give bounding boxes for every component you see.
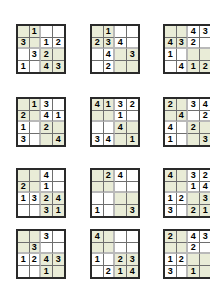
- empty-cell-p5-r2c2[interactable]: [104, 111, 116, 123]
- empty-cell-p8-r3c3[interactable]: [115, 193, 127, 205]
- given-cell-p2-r3c2: 4: [104, 49, 116, 61]
- empty-cell-p11-r3c2[interactable]: [104, 254, 116, 266]
- sudoku-grid-5: 413214341: [90, 97, 140, 147]
- given-cell-p4-r2c4: 1: [53, 111, 65, 123]
- given-cell-p7-r3c1: 1: [18, 193, 30, 205]
- given-cell-p12-r1c1: 2: [165, 231, 177, 243]
- given-cell-p9-r1c4: 2: [200, 170, 211, 182]
- given-cell-p5-r4c1: 3: [92, 134, 104, 146]
- given-cell-p1-r4c3: 4: [41, 61, 53, 73]
- given-cell-p4-r3c1: 1: [18, 122, 30, 134]
- sudoku-worksheet: 1312321431234432434321412132411234413214…: [0, 0, 210, 297]
- empty-cell-p11-r1c3[interactable]: [115, 231, 127, 243]
- empty-cell-p8-r4c3[interactable]: [115, 205, 127, 217]
- sudoku-grid-11: 4123214: [90, 229, 140, 279]
- empty-cell-p11-r4c1[interactable]: [92, 266, 104, 278]
- given-cell-p9-r3c4: 3: [200, 193, 211, 205]
- sudoku-grid-1: 131232143: [16, 24, 66, 74]
- empty-cell-p4-r3c2[interactable]: [30, 122, 42, 134]
- sudoku-grid-4: 132411234: [16, 97, 66, 147]
- empty-cell-p12-r3c3[interactable]: [188, 254, 200, 266]
- given-cell-p1-r4c4: 3: [53, 61, 65, 73]
- given-cell-p12-r1c3: 4: [188, 231, 200, 243]
- given-cell-p2-r2c1: 2: [92, 38, 104, 50]
- given-cell-p5-r4c2: 4: [104, 134, 116, 146]
- empty-cell-p11-r2c3[interactable]: [115, 243, 127, 255]
- empty-cell-p3-r3c4[interactable]: [200, 49, 211, 61]
- empty-cell-p7-r2c2[interactable]: [30, 182, 42, 194]
- empty-cell-p7-r4c2[interactable]: [30, 205, 42, 217]
- empty-cell-p10-r1c1[interactable]: [18, 231, 30, 243]
- given-cell-p5-r1c1: 4: [92, 99, 104, 111]
- given-cell-p5-r1c3: 3: [115, 99, 127, 111]
- given-cell-p3-r4c4: 2: [200, 61, 211, 73]
- empty-cell-p5-r4c3[interactable]: [115, 134, 127, 146]
- given-cell-p7-r3c4: 4: [53, 193, 65, 205]
- given-cell-p11-r4c2: 2: [104, 266, 116, 278]
- empty-cell-p9-r2c1[interactable]: [165, 182, 177, 194]
- given-cell-p3-r3c1: 1: [165, 49, 177, 61]
- empty-cell-p9-r3c3[interactable]: [188, 193, 200, 205]
- given-cell-p7-r4c3: 3: [41, 205, 53, 217]
- given-cell-p1-r3c3: 2: [41, 49, 53, 61]
- given-cell-p12-r1c4: 3: [200, 231, 211, 243]
- empty-cell-p5-r2c4[interactable]: [127, 111, 139, 123]
- empty-cell-p6-r2c3[interactable]: [188, 111, 200, 123]
- given-cell-p3-r1c4: 3: [200, 26, 211, 38]
- given-cell-p6-r2c4: 2: [200, 111, 211, 123]
- given-cell-p6-r4c4: 3: [200, 134, 211, 146]
- empty-cell-p10-r1c2[interactable]: [30, 231, 42, 243]
- empty-cell-p2-r1c3[interactable]: [115, 26, 127, 38]
- given-cell-p4-r4c1: 3: [18, 134, 30, 146]
- empty-cell-p12-r1c2[interactable]: [177, 231, 189, 243]
- given-cell-p12-r2c3: 2: [188, 243, 200, 255]
- given-cell-p6-r3c3: 2: [188, 122, 200, 134]
- given-cell-p7-r3c2: 3: [30, 193, 42, 205]
- given-cell-p10-r1c3: 3: [41, 231, 53, 243]
- given-cell-p11-r3c4: 3: [127, 254, 139, 266]
- given-cell-p4-r3c3: 2: [41, 122, 53, 134]
- given-cell-p9-r4c4: 1: [200, 205, 211, 217]
- given-cell-p2-r3c4: 3: [127, 49, 139, 61]
- empty-cell-p1-r1c1[interactable]: [18, 26, 30, 38]
- given-cell-p7-r4c4: 1: [53, 205, 65, 217]
- empty-cell-p3-r1c2[interactable]: [177, 26, 189, 38]
- given-cell-p10-r3c2: 2: [30, 254, 42, 266]
- given-cell-p1-r4c1: 1: [18, 61, 30, 73]
- empty-cell-p2-r1c4[interactable]: [127, 26, 139, 38]
- given-cell-p1-r2c1: 3: [18, 38, 30, 50]
- sudoku-grid-2: 1234432: [90, 24, 140, 74]
- empty-cell-p9-r1c2[interactable]: [177, 170, 189, 182]
- empty-cell-p2-r3c3[interactable]: [115, 49, 127, 61]
- empty-cell-p6-r4c3[interactable]: [188, 134, 200, 146]
- empty-cell-p2-r3c1[interactable]: [92, 49, 104, 61]
- given-cell-p11-r4c4: 4: [127, 266, 139, 278]
- given-cell-p1-r3c2: 3: [30, 49, 42, 61]
- given-cell-p6-r4c1: 1: [165, 134, 177, 146]
- empty-cell-p10-r2c4[interactable]: [53, 243, 65, 255]
- empty-cell-p2-r4c3[interactable]: [115, 61, 127, 73]
- given-cell-p6-r1c1: 2: [165, 99, 177, 111]
- given-cell-p2-r4c2: 2: [104, 61, 116, 73]
- empty-cell-p3-r3c2[interactable]: [177, 49, 189, 61]
- given-cell-p3-r2c1: 4: [165, 38, 177, 50]
- given-cell-p12-r4c1: 3: [165, 266, 177, 278]
- given-cell-p9-r1c3: 3: [188, 170, 200, 182]
- given-cell-p6-r1c4: 4: [200, 99, 211, 111]
- empty-cell-p4-r1c4[interactable]: [53, 99, 65, 111]
- empty-cell-p6-r2c1[interactable]: [165, 111, 177, 123]
- empty-cell-p4-r1c1[interactable]: [18, 99, 30, 111]
- empty-cell-p11-r1c2[interactable]: [104, 231, 116, 243]
- given-cell-p3-r4c3: 1: [188, 61, 200, 73]
- empty-cell-p6-r4c2[interactable]: [177, 134, 189, 146]
- empty-cell-p10-r2c1[interactable]: [18, 243, 30, 255]
- empty-cell-p10-r2c3[interactable]: [41, 243, 53, 255]
- sudoku-grid-7: 421132431: [16, 168, 66, 218]
- empty-cell-p8-r3c2[interactable]: [104, 193, 116, 205]
- empty-cell-p11-r2c2[interactable]: [104, 243, 116, 255]
- empty-cell-p7-r4c1[interactable]: [18, 205, 30, 217]
- given-cell-p8-r1c3: 4: [115, 170, 127, 182]
- given-cell-p11-r4c3: 1: [115, 266, 127, 278]
- given-cell-p2-r2c2: 3: [104, 38, 116, 50]
- given-cell-p9-r4c1: 3: [165, 205, 177, 217]
- given-cell-p9-r2c3: 1: [188, 182, 200, 194]
- empty-cell-p6-r1c2[interactable]: [177, 99, 189, 111]
- empty-cell-p11-r1c4[interactable]: [127, 231, 139, 243]
- given-cell-p5-r4c4: 1: [127, 134, 139, 146]
- empty-cell-p5-r2c1[interactable]: [92, 111, 104, 123]
- empty-cell-p8-r2c1[interactable]: [92, 182, 104, 194]
- sudoku-grid-10: 3312431: [16, 229, 66, 279]
- given-cell-p10-r3c1: 1: [18, 254, 30, 266]
- given-cell-p1-r2c3: 1: [41, 38, 53, 50]
- given-cell-p12-r3c2: 2: [177, 254, 189, 266]
- given-cell-p6-r2c2: 4: [177, 111, 189, 123]
- given-cell-p11-r3c1: 1: [92, 254, 104, 266]
- empty-cell-p5-r3c4[interactable]: [127, 122, 139, 134]
- empty-cell-p2-r4c1[interactable]: [92, 61, 104, 73]
- given-cell-p9-r4c3: 2: [188, 205, 200, 217]
- empty-cell-p8-r3c1[interactable]: [92, 193, 104, 205]
- empty-cell-p3-r2c4[interactable]: [200, 38, 211, 50]
- empty-cell-p4-r2c2[interactable]: [30, 111, 42, 123]
- given-cell-p7-r2c1: 2: [18, 182, 30, 194]
- empty-cell-p11-r2c1[interactable]: [92, 243, 104, 255]
- given-cell-p7-r2c3: 1: [41, 182, 53, 194]
- empty-cell-p7-r1c2[interactable]: [30, 170, 42, 182]
- empty-cell-p9-r2c2[interactable]: [177, 182, 189, 194]
- empty-cell-p8-r3c4[interactable]: [127, 193, 139, 205]
- empty-cell-p1-r3c4[interactable]: [53, 49, 65, 61]
- empty-cell-p3-r3c3[interactable]: [188, 49, 200, 61]
- given-cell-p2-r1c2: 1: [104, 26, 116, 38]
- empty-cell-p10-r4c2[interactable]: [30, 266, 42, 278]
- given-cell-p9-r3c2: 2: [177, 193, 189, 205]
- empty-cell-p9-r4c2[interactable]: [177, 205, 189, 217]
- sudoku-grid-3: 434321412: [163, 24, 210, 74]
- empty-cell-p4-r3c4[interactable]: [53, 122, 65, 134]
- empty-cell-p6-r3c2[interactable]: [177, 122, 189, 134]
- empty-cell-p3-r1c1[interactable]: [165, 26, 177, 38]
- empty-cell-p3-r4c1[interactable]: [165, 61, 177, 73]
- given-cell-p1-r1c2: 1: [30, 26, 42, 38]
- empty-cell-p8-r4c2[interactable]: [104, 205, 116, 217]
- empty-cell-p10-r4c4[interactable]: [53, 266, 65, 278]
- empty-cell-p7-r2c4[interactable]: [53, 182, 65, 194]
- empty-cell-p8-r2c4[interactable]: [127, 182, 139, 194]
- empty-cell-p2-r1c1[interactable]: [92, 26, 104, 38]
- empty-cell-p12-r3c4[interactable]: [200, 254, 211, 266]
- empty-cell-p10-r4c1[interactable]: [18, 266, 30, 278]
- given-cell-p9-r2c4: 4: [200, 182, 211, 194]
- empty-cell-p7-r1c1[interactable]: [18, 170, 30, 182]
- empty-cell-p1-r4c2[interactable]: [30, 61, 42, 73]
- empty-cell-p1-r2c2[interactable]: [30, 38, 42, 50]
- given-cell-p4-r2c3: 4: [41, 111, 53, 123]
- empty-cell-p1-r1c3[interactable]: [41, 26, 53, 38]
- given-cell-p12-r4c3: 1: [188, 266, 200, 278]
- empty-cell-p12-r4c2[interactable]: [177, 266, 189, 278]
- given-cell-p10-r2c2: 3: [30, 243, 42, 255]
- sudoku-grid-12: 24321231: [163, 229, 210, 279]
- given-cell-p11-r1c1: 4: [92, 231, 104, 243]
- empty-cell-p7-r1c4[interactable]: [53, 170, 65, 182]
- empty-cell-p4-r4c2[interactable]: [30, 134, 42, 146]
- empty-cell-p1-r1c4[interactable]: [53, 26, 65, 38]
- empty-cell-p6-r3c4[interactable]: [200, 122, 211, 134]
- empty-cell-p12-r2c4[interactable]: [200, 243, 211, 255]
- given-cell-p6-r3c1: 4: [165, 122, 177, 134]
- sudoku-grid-9: 43214123321: [163, 168, 210, 218]
- given-cell-p10-r3c4: 3: [53, 254, 65, 266]
- given-cell-p1-r2c4: 2: [53, 38, 65, 50]
- sudoku-grid-8: 2413: [90, 168, 140, 218]
- given-cell-p5-r3c3: 4: [115, 122, 127, 134]
- given-cell-p3-r4c2: 4: [177, 61, 189, 73]
- given-cell-p3-r2c3: 2: [188, 38, 200, 50]
- given-cell-p7-r3c3: 2: [41, 193, 53, 205]
- empty-cell-p4-r4c3[interactable]: [41, 134, 53, 146]
- empty-cell-p8-r1c4[interactable]: [127, 170, 139, 182]
- given-cell-p3-r1c3: 4: [188, 26, 200, 38]
- empty-cell-p8-r2c2[interactable]: [104, 182, 116, 194]
- empty-cell-p8-r1c1[interactable]: [92, 170, 104, 182]
- given-cell-p6-r1c3: 3: [188, 99, 200, 111]
- empty-cell-p10-r1c4[interactable]: [53, 231, 65, 243]
- given-cell-p2-r2c3: 4: [115, 38, 127, 50]
- given-cell-p4-r1c3: 3: [41, 99, 53, 111]
- sudoku-grid-6: 234424213: [163, 97, 210, 147]
- empty-cell-p5-r3c1[interactable]: [92, 122, 104, 134]
- given-cell-p4-r2c1: 2: [18, 111, 30, 123]
- empty-cell-p12-r2c1[interactable]: [165, 243, 177, 255]
- given-cell-p4-r4c4: 4: [53, 134, 65, 146]
- empty-cell-p2-r4c4[interactable]: [127, 61, 139, 73]
- empty-cell-p8-r2c3[interactable]: [115, 182, 127, 194]
- given-cell-p12-r3c1: 1: [165, 254, 177, 266]
- given-cell-p8-r4c4: 3: [127, 205, 139, 217]
- given-cell-p5-r1c2: 1: [104, 99, 116, 111]
- empty-cell-p1-r3c1[interactable]: [18, 49, 30, 61]
- given-cell-p9-r3c1: 1: [165, 193, 177, 205]
- given-cell-p10-r3c3: 4: [41, 254, 53, 266]
- empty-cell-p11-r2c4[interactable]: [127, 243, 139, 255]
- given-cell-p8-r1c2: 2: [104, 170, 116, 182]
- empty-cell-p12-r4c4[interactable]: [200, 266, 211, 278]
- given-cell-p4-r1c2: 1: [30, 99, 42, 111]
- given-cell-p5-r2c3: 1: [115, 111, 127, 123]
- empty-cell-p2-r2c4[interactable]: [127, 38, 139, 50]
- empty-cell-p12-r2c2[interactable]: [177, 243, 189, 255]
- given-cell-p11-r3c3: 2: [115, 254, 127, 266]
- given-cell-p7-r1c3: 4: [41, 170, 53, 182]
- given-cell-p8-r4c1: 1: [92, 205, 104, 217]
- given-cell-p9-r1c1: 4: [165, 170, 177, 182]
- given-cell-p5-r1c4: 2: [127, 99, 139, 111]
- empty-cell-p5-r3c2[interactable]: [104, 122, 116, 134]
- given-cell-p10-r4c3: 1: [41, 266, 53, 278]
- given-cell-p3-r2c2: 3: [177, 38, 189, 50]
